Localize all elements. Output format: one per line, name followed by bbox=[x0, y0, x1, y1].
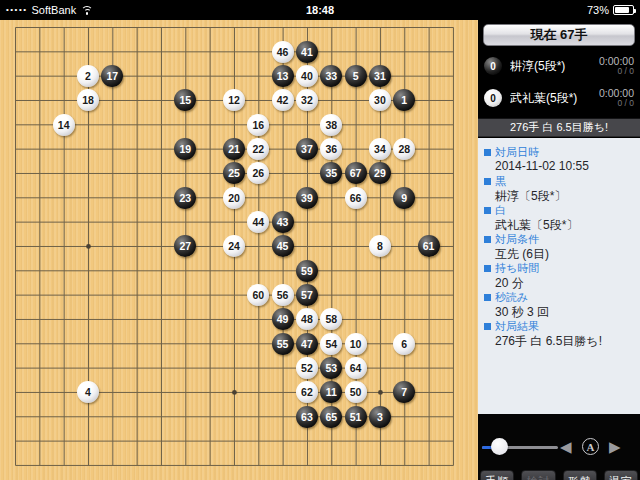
stone-43: 43 bbox=[272, 211, 294, 233]
move-counter-header: 現在 67手 bbox=[483, 24, 635, 46]
stone-16: 16 bbox=[247, 114, 269, 136]
info-item: 持ち時間20 分 bbox=[484, 261, 634, 289]
info-item: 白武礼葉〔5段*〕 bbox=[484, 203, 634, 231]
info-item: 対局結果276手 白 6.5目勝ち! bbox=[484, 319, 634, 347]
stone-55: 55 bbox=[272, 333, 294, 355]
stone-23: 23 bbox=[174, 187, 196, 209]
info-value: 20 分 bbox=[484, 275, 634, 289]
stone-45: 45 bbox=[272, 235, 294, 257]
info-value: 276手 白 6.5目勝ち! bbox=[484, 333, 634, 347]
stone-2: 2 bbox=[77, 65, 99, 87]
star-point bbox=[378, 390, 383, 395]
info-label: 白 bbox=[484, 203, 634, 217]
player-name: 武礼葉(5段*) bbox=[510, 90, 599, 107]
stone-57: 57 bbox=[296, 284, 318, 306]
stone-52: 52 bbox=[296, 357, 318, 379]
info-value: 武礼葉〔5段*〕 bbox=[484, 217, 634, 231]
stone-67: 67 bbox=[345, 162, 367, 184]
stone-42: 42 bbox=[272, 89, 294, 111]
info-item: 対局日時2014-11-02 10:55 bbox=[484, 145, 634, 173]
black-captures-stone-icon: 0 bbox=[484, 57, 502, 75]
battery-icon bbox=[613, 5, 634, 15]
playback-controls: ◀ A ▶ 手順検討形勢退室 bbox=[478, 414, 640, 480]
info-value: 30 秒 3 回 bbox=[484, 304, 634, 318]
stone-64: 64 bbox=[345, 357, 367, 379]
clock-time: 18:48 bbox=[0, 4, 640, 16]
bullet-icon bbox=[484, 149, 491, 156]
stone-3: 3 bbox=[369, 406, 391, 428]
info-value: 2014-11-02 10:55 bbox=[484, 159, 634, 173]
info-label: 対局条件 bbox=[484, 232, 634, 246]
bullet-icon bbox=[484, 207, 491, 214]
stone-40: 40 bbox=[296, 65, 318, 87]
stone-46: 46 bbox=[272, 41, 294, 63]
action-button-検討: 検討 bbox=[521, 470, 555, 480]
battery-percent: 73% bbox=[587, 4, 609, 16]
stone-5: 5 bbox=[345, 65, 367, 87]
stone-37: 37 bbox=[296, 138, 318, 160]
info-item: 対局条件互先 (6目) bbox=[484, 232, 634, 260]
go-board[interactable]: 1234567891011121314151617181920212223242… bbox=[0, 20, 478, 480]
info-label: 対局結果 bbox=[484, 319, 634, 333]
stone-20: 20 bbox=[223, 187, 245, 209]
player-row: 0耕淳(5段*)0:00:000 / 0 bbox=[478, 50, 640, 82]
white-captures-stone-icon: 0 bbox=[484, 89, 502, 107]
stone-47: 47 bbox=[296, 333, 318, 355]
player-list: 0耕淳(5段*)0:00:000 / 00武礼葉(5段*)0:00:000 / … bbox=[478, 50, 640, 114]
stone-13: 13 bbox=[272, 65, 294, 87]
bullet-icon bbox=[484, 323, 491, 330]
stone-54: 54 bbox=[320, 333, 342, 355]
stone-9: 9 bbox=[393, 187, 415, 209]
status-bar: ••••• SoftBank 18:48 73% bbox=[0, 0, 640, 20]
player-clock: 0:00:000 / 0 bbox=[599, 56, 634, 77]
stone-41: 41 bbox=[296, 41, 318, 63]
stone-63: 63 bbox=[296, 406, 318, 428]
stone-65: 65 bbox=[320, 406, 342, 428]
info-label: 対局日時 bbox=[484, 145, 634, 159]
player-clock: 0:00:000 / 0 bbox=[599, 88, 634, 109]
game-info-panel: 対局日時2014-11-02 10:55黒耕淳〔5段*〕白武礼葉〔5段*〕対局条… bbox=[478, 138, 640, 414]
info-value: 耕淳〔5段*〕 bbox=[484, 188, 634, 202]
info-label: 秒読み bbox=[484, 290, 634, 304]
player-row: 0武礼葉(5段*)0:00:000 / 0 bbox=[478, 82, 640, 114]
stone-66: 66 bbox=[345, 187, 367, 209]
info-value: 互先 (6目) bbox=[484, 246, 634, 260]
next-move-button[interactable]: ▶ bbox=[609, 437, 621, 457]
bullet-icon bbox=[484, 236, 491, 243]
stone-56: 56 bbox=[272, 284, 294, 306]
stone-49: 49 bbox=[272, 308, 294, 330]
stone-51: 51 bbox=[345, 406, 367, 428]
info-label: 黒 bbox=[484, 174, 634, 188]
stone-6: 6 bbox=[393, 333, 415, 355]
move-slider-knob[interactable] bbox=[491, 438, 508, 455]
stone-59: 59 bbox=[296, 260, 318, 282]
previous-move-button[interactable]: ◀ bbox=[560, 437, 572, 457]
result-banner: 276手 白 6.5目勝ち! bbox=[478, 118, 640, 137]
stone-38: 38 bbox=[320, 114, 342, 136]
star-point bbox=[86, 244, 91, 249]
stone-14: 14 bbox=[53, 114, 75, 136]
stone-34: 34 bbox=[369, 138, 391, 160]
stone-39: 39 bbox=[296, 187, 318, 209]
action-button-手順[interactable]: 手順 bbox=[480, 470, 514, 480]
stone-21: 21 bbox=[223, 138, 245, 160]
bullet-icon bbox=[484, 178, 491, 185]
action-button-形勢[interactable]: 形勢 bbox=[563, 470, 597, 480]
info-item: 秒読み30 秒 3 回 bbox=[484, 290, 634, 318]
stone-10: 10 bbox=[345, 333, 367, 355]
stone-61: 61 bbox=[418, 235, 440, 257]
action-button-退室[interactable]: 退室 bbox=[604, 470, 638, 480]
player-name: 耕淳(5段*) bbox=[510, 58, 599, 75]
sidebar: 現在 67手 0耕淳(5段*)0:00:000 / 00武礼葉(5段*)0:00… bbox=[478, 20, 640, 480]
bullet-icon bbox=[484, 294, 491, 301]
bullet-icon bbox=[484, 265, 491, 272]
info-label: 持ち時間 bbox=[484, 261, 634, 275]
stone-31: 31 bbox=[369, 65, 391, 87]
autoplay-button[interactable]: A bbox=[582, 438, 599, 455]
stone-50: 50 bbox=[345, 381, 367, 403]
info-item: 黒耕淳〔5段*〕 bbox=[484, 174, 634, 202]
star-point bbox=[232, 390, 237, 395]
